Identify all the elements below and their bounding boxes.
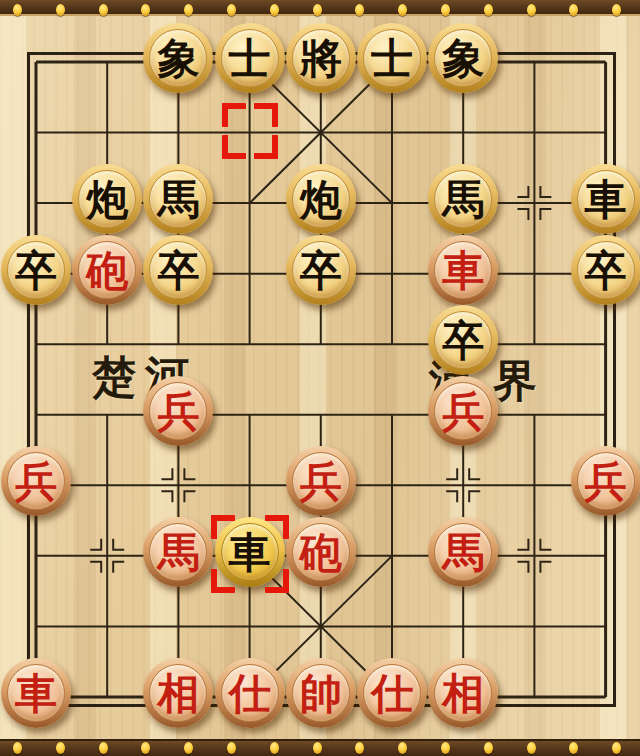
piece-glyph: 卒 — [15, 250, 57, 292]
gold-stud — [270, 742, 279, 754]
piece-glyph: 象 — [442, 38, 484, 80]
piece-glyph: 兵 — [300, 461, 342, 503]
piece-glyph: 卒 — [300, 250, 342, 292]
piece-red-soldier[interactable]: 兵 — [571, 446, 640, 516]
piece-glyph: 卒 — [157, 250, 199, 292]
piece-glyph: 仕 — [229, 673, 271, 715]
xiangqi-board: 楚河 漢界 象士將士象炮馬炮馬車卒砲卒卒車卒卒兵兵兵兵兵馬車砲馬車相仕帥仕相 — [0, 0, 640, 756]
gold-stud — [484, 4, 493, 16]
piece-face: 炮 — [78, 170, 136, 228]
gold-stud — [313, 4, 322, 16]
selected-piece-marker — [211, 515, 289, 593]
gold-stud — [227, 742, 236, 754]
piece-face: 象 — [149, 29, 207, 87]
piece-red-soldier[interactable]: 兵 — [428, 376, 498, 446]
piece-black-cannon[interactable]: 炮 — [72, 164, 142, 234]
piece-red-cannon[interactable]: 砲 — [72, 235, 142, 305]
piece-glyph: 車 — [15, 673, 57, 715]
gold-stud — [441, 742, 450, 754]
piece-face: 帥 — [292, 664, 350, 722]
piece-glyph: 炮 — [300, 179, 342, 221]
piece-face: 卒 — [434, 311, 492, 369]
piece-face: 馬 — [149, 170, 207, 228]
piece-red-horse[interactable]: 馬 — [143, 517, 213, 587]
piece-glyph: 馬 — [157, 532, 199, 574]
piece-glyph: 士 — [229, 38, 271, 80]
gold-stud — [527, 742, 536, 754]
piece-face: 馬 — [149, 523, 207, 581]
piece-red-chariot[interactable]: 車 — [1, 658, 71, 728]
piece-face: 兵 — [434, 382, 492, 440]
piece-face: 砲 — [78, 241, 136, 299]
piece-red-elephant[interactable]: 相 — [428, 658, 498, 728]
piece-red-soldier[interactable]: 兵 — [286, 446, 356, 516]
piece-black-soldier[interactable]: 卒 — [428, 305, 498, 375]
piece-face: 馬 — [434, 523, 492, 581]
gold-stud — [227, 4, 236, 16]
piece-glyph: 象 — [157, 38, 199, 80]
piece-face: 砲 — [292, 523, 350, 581]
piece-glyph: 仕 — [371, 673, 413, 715]
gold-stud — [56, 742, 65, 754]
piece-glyph: 車 — [585, 179, 627, 221]
piece-face: 卒 — [577, 241, 635, 299]
piece-black-horse[interactable]: 馬 — [428, 164, 498, 234]
piece-red-soldier[interactable]: 兵 — [1, 446, 71, 516]
piece-glyph: 馬 — [442, 179, 484, 221]
gold-stud — [527, 4, 536, 16]
piece-black-soldier[interactable]: 卒 — [286, 235, 356, 305]
gold-stud — [441, 4, 450, 16]
piece-face: 將 — [292, 29, 350, 87]
piece-face: 兵 — [7, 452, 65, 510]
piece-face: 士 — [363, 29, 421, 87]
piece-black-advisor[interactable]: 士 — [357, 23, 427, 93]
piece-face: 馬 — [434, 170, 492, 228]
piece-face: 車 — [7, 664, 65, 722]
piece-black-chariot[interactable]: 車 — [571, 164, 640, 234]
piece-glyph: 兵 — [15, 461, 57, 503]
piece-face: 兵 — [149, 382, 207, 440]
piece-red-cannon[interactable]: 砲 — [286, 517, 356, 587]
piece-glyph: 兵 — [585, 461, 627, 503]
piece-glyph: 砲 — [300, 532, 342, 574]
piece-face: 卒 — [292, 241, 350, 299]
piece-face: 車 — [577, 170, 635, 228]
piece-face: 相 — [434, 664, 492, 722]
piece-face: 士 — [221, 29, 279, 87]
piece-face: 兵 — [292, 452, 350, 510]
piece-red-chariot[interactable]: 車 — [428, 235, 498, 305]
piece-face: 相 — [149, 664, 207, 722]
piece-face: 車 — [434, 241, 492, 299]
piece-glyph: 卒 — [442, 320, 484, 362]
piece-face: 仕 — [221, 664, 279, 722]
piece-black-advisor[interactable]: 士 — [215, 23, 285, 93]
piece-red-horse[interactable]: 馬 — [428, 517, 498, 587]
gold-stud — [270, 4, 279, 16]
piece-glyph: 士 — [371, 38, 413, 80]
piece-black-horse[interactable]: 馬 — [143, 164, 213, 234]
piece-black-cannon[interactable]: 炮 — [286, 164, 356, 234]
piece-black-soldier[interactable]: 卒 — [143, 235, 213, 305]
piece-black-soldier[interactable]: 卒 — [1, 235, 71, 305]
gold-stud — [99, 4, 108, 16]
piece-black-elephant[interactable]: 象 — [143, 23, 213, 93]
piece-face: 仕 — [363, 664, 421, 722]
piece-black-elephant[interactable]: 象 — [428, 23, 498, 93]
piece-glyph: 車 — [442, 250, 484, 292]
piece-glyph: 卒 — [585, 250, 627, 292]
piece-glyph: 馬 — [157, 179, 199, 221]
piece-glyph: 炮 — [86, 179, 128, 221]
piece-glyph: 兵 — [442, 391, 484, 433]
piece-glyph: 帥 — [300, 673, 342, 715]
gold-stud — [99, 742, 108, 754]
piece-red-elephant[interactable]: 相 — [143, 658, 213, 728]
piece-red-advisor[interactable]: 仕 — [215, 658, 285, 728]
piece-face: 卒 — [149, 241, 207, 299]
piece-glyph: 相 — [442, 673, 484, 715]
piece-black-soldier[interactable]: 卒 — [571, 235, 640, 305]
piece-glyph: 兵 — [157, 391, 199, 433]
piece-face: 兵 — [577, 452, 635, 510]
piece-black-general[interactable]: 將 — [286, 23, 356, 93]
piece-glyph: 砲 — [86, 250, 128, 292]
gold-stud — [56, 4, 65, 16]
piece-face: 卒 — [7, 241, 65, 299]
piece-red-advisor[interactable]: 仕 — [357, 658, 427, 728]
gold-stud — [313, 742, 322, 754]
last-move-from-marker — [222, 103, 278, 159]
gold-stud — [13, 742, 22, 754]
piece-glyph: 馬 — [442, 532, 484, 574]
gold-stud — [484, 742, 493, 754]
piece-glyph: 相 — [157, 673, 199, 715]
piece-red-general[interactable]: 帥 — [286, 658, 356, 728]
piece-glyph: 將 — [300, 38, 342, 80]
piece-face: 炮 — [292, 170, 350, 228]
piece-red-soldier[interactable]: 兵 — [143, 376, 213, 446]
piece-face: 象 — [434, 29, 492, 87]
gold-stud — [13, 4, 22, 16]
